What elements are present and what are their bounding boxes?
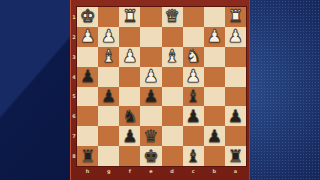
square-c3[interactable]: ♞ [183,47,204,67]
white-pawn: ♟ [186,68,201,85]
black-rook: ♜ [228,147,243,164]
square-e2[interactable] [140,27,161,47]
square-c7[interactable] [183,126,204,146]
black-pawn: ♟ [228,107,243,124]
square-d4[interactable] [162,67,183,87]
chess-board: ♚♜♛♜♟♟♟♟♝♟♝♞♟♟♟♟♟♝♞♟♟♟♛♟♜♚♝♜ [77,7,246,166]
file-label-g: g [98,168,119,175]
file-label-f: f [119,168,140,175]
square-g3[interactable]: ♝ [98,47,119,67]
square-e1[interactable] [140,7,161,27]
square-f6[interactable]: ♞ [119,106,140,126]
square-b1[interactable] [204,7,225,27]
square-h1[interactable]: ♚ [77,7,98,27]
white-rook: ♜ [122,8,137,25]
square-e3[interactable] [140,47,161,67]
white-bishop: ♝ [164,48,179,65]
black-knight: ♞ [122,107,137,124]
white-pawn: ♟ [80,28,95,45]
square-e6[interactable] [140,106,161,126]
square-d2[interactable] [162,27,183,47]
black-pawn: ♟ [101,87,116,104]
square-h3[interactable] [77,47,98,67]
rank-label-3: 3 [71,54,77,60]
square-a3[interactable] [225,47,246,67]
square-b5[interactable] [204,87,225,107]
square-b6[interactable] [204,106,225,126]
square-f4[interactable] [119,67,140,87]
square-h4[interactable]: ♟ [77,67,98,87]
square-a6[interactable]: ♟ [225,106,246,126]
file-label-c: c [183,168,204,175]
square-g6[interactable] [98,106,119,126]
square-d3[interactable]: ♝ [162,47,183,67]
file-label-h: h [77,168,98,175]
white-pawn: ♟ [143,68,158,85]
square-b8[interactable] [204,146,225,166]
square-a2[interactable]: ♟ [225,27,246,47]
file-label-e: e [140,168,161,175]
square-d7[interactable] [162,126,183,146]
square-h8[interactable]: ♜ [77,146,98,166]
white-pawn: ♟ [122,48,137,65]
square-a4[interactable] [225,67,246,87]
square-a7[interactable] [225,126,246,146]
square-f8[interactable] [119,146,140,166]
square-f7[interactable]: ♟ [119,126,140,146]
square-g4[interactable] [98,67,119,87]
rank-label-6: 6 [71,113,77,119]
square-b7[interactable]: ♟ [204,126,225,146]
square-c1[interactable] [183,7,204,27]
square-f1[interactable]: ♜ [119,7,140,27]
square-g5[interactable]: ♟ [98,87,119,107]
black-pawn: ♟ [186,107,201,124]
square-h6[interactable] [77,106,98,126]
black-rook: ♜ [80,147,95,164]
square-e8[interactable]: ♚ [140,146,161,166]
square-a5[interactable] [225,87,246,107]
rank-label-8: 8 [71,153,77,159]
screenshot-stage: ♚♜♛♜♟♟♟♟♝♟♝♞♟♟♟♟♟♝♞♟♟♟♛♟♜♚♝♜ 12345678hgf… [0,0,320,180]
black-bishop: ♝ [186,147,201,164]
white-pawn: ♟ [207,28,222,45]
white-bishop: ♝ [101,48,116,65]
square-e5[interactable]: ♟ [140,87,161,107]
black-bishop: ♝ [186,87,201,104]
white-pawn: ♟ [228,28,243,45]
square-b4[interactable] [204,67,225,87]
square-e4[interactable]: ♟ [140,67,161,87]
square-h2[interactable]: ♟ [77,27,98,47]
square-f2[interactable] [119,27,140,47]
square-c2[interactable] [183,27,204,47]
square-g2[interactable]: ♟ [98,27,119,47]
rank-label-5: 5 [71,93,77,99]
file-label-d: d [162,168,183,175]
black-pawn: ♟ [143,87,158,104]
square-c4[interactable]: ♟ [183,67,204,87]
square-f5[interactable] [119,87,140,107]
file-label-a: a [225,168,246,175]
rank-label-7: 7 [71,133,77,139]
black-pawn: ♟ [80,68,95,85]
white-pawn: ♟ [101,28,116,45]
black-pawn: ♟ [122,127,137,144]
white-rook: ♜ [228,8,243,25]
rank-label-2: 2 [71,34,77,40]
background-texture-dots [248,0,320,180]
square-g1[interactable] [98,7,119,27]
white-knight: ♞ [186,48,201,65]
square-c5[interactable]: ♝ [183,87,204,107]
black-pawn: ♟ [207,127,222,144]
square-c8[interactable]: ♝ [183,146,204,166]
rank-label-1: 1 [71,14,77,20]
square-d6[interactable] [162,106,183,126]
square-b3[interactable] [204,47,225,67]
square-a1[interactable]: ♜ [225,7,246,27]
black-king: ♚ [143,147,158,164]
square-g8[interactable] [98,146,119,166]
file-label-b: b [204,168,225,175]
black-queen: ♛ [143,127,158,144]
chess-board-frame: ♚♜♛♜♟♟♟♟♝♟♝♞♟♟♟♟♟♝♞♟♟♟♛♟♜♚♝♜ 12345678hgf… [70,0,250,180]
square-d1[interactable]: ♛ [162,7,183,27]
square-d8[interactable] [162,146,183,166]
square-e7[interactable]: ♛ [140,126,161,146]
square-f3[interactable]: ♟ [119,47,140,67]
rank-label-4: 4 [71,74,77,80]
square-b2[interactable]: ♟ [204,27,225,47]
square-a8[interactable]: ♜ [225,146,246,166]
white-queen: ♛ [164,8,179,25]
square-g7[interactable] [98,126,119,146]
square-h5[interactable] [77,87,98,107]
square-d5[interactable] [162,87,183,107]
square-h7[interactable] [77,126,98,146]
square-c6[interactable]: ♟ [183,106,204,126]
white-king: ♚ [80,8,95,25]
background-fabric-fold [0,0,72,180]
